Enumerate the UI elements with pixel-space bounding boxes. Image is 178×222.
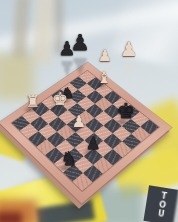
window-reflection bbox=[12, 0, 30, 60]
captured-white-pawn: ♟ bbox=[120, 39, 138, 59]
photo-scene: TOU ♟♟♟♟♟♟♟♟♝♞♚♜♚♟♟♞ bbox=[0, 0, 178, 222]
magazine-spine-text: TOU bbox=[156, 191, 168, 219]
board-grid bbox=[12, 71, 159, 191]
window-reflection bbox=[32, 0, 57, 65]
board-border bbox=[0, 62, 172, 203]
dark-book-strip bbox=[35, 200, 95, 222]
red-corner-blur bbox=[0, 212, 22, 222]
chess-board bbox=[0, 62, 172, 203]
piece-reflection: ♟ bbox=[120, 59, 138, 79]
magazine: TOU bbox=[143, 185, 178, 222]
magazine-pages bbox=[172, 186, 178, 222]
orange-blur bbox=[0, 200, 38, 222]
glass-reflection-streak bbox=[111, 0, 178, 74]
glass-reflection-streak bbox=[0, 0, 178, 54]
captured-black-pawn: ♟ bbox=[70, 32, 90, 54]
captured-white-pawn: ♟ bbox=[98, 48, 112, 64]
window-reflection bbox=[55, 0, 63, 54]
yellow-blur bbox=[0, 54, 34, 100]
captured-black-pawn: ♟ bbox=[58, 39, 75, 58]
